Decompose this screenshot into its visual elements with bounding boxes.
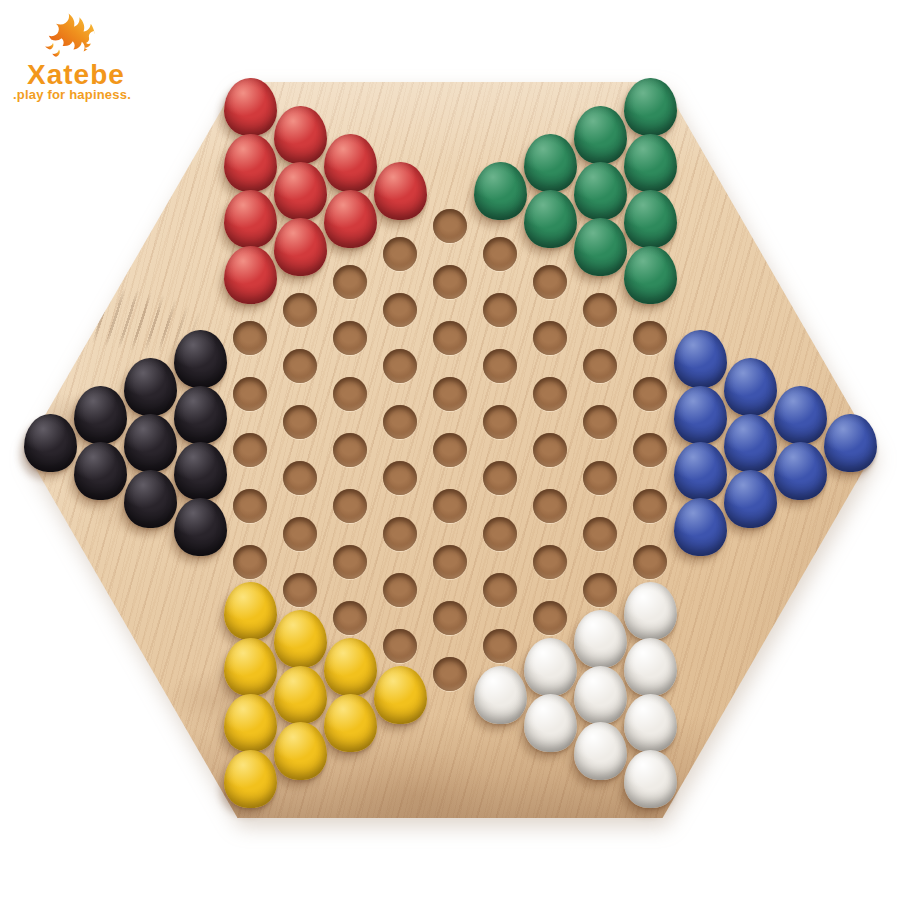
peg-yellow[interactable] bbox=[224, 694, 277, 752]
product-photo-stage: Xatebe .play for hapiness. bbox=[0, 0, 900, 900]
peg-yellow[interactable] bbox=[324, 638, 377, 696]
peg-yellow[interactable] bbox=[224, 750, 277, 808]
peg-yellow[interactable] bbox=[224, 638, 277, 696]
peg-blue[interactable] bbox=[774, 442, 827, 500]
peg-yellow[interactable] bbox=[324, 694, 377, 752]
peg-yellow[interactable] bbox=[374, 666, 427, 724]
peg-red[interactable] bbox=[224, 246, 277, 304]
peg-black[interactable] bbox=[174, 498, 227, 556]
peg-blue[interactable] bbox=[724, 414, 777, 472]
peg-green[interactable] bbox=[524, 190, 577, 248]
peg-red[interactable] bbox=[324, 190, 377, 248]
peg-red[interactable] bbox=[224, 78, 277, 136]
peg-green[interactable] bbox=[574, 162, 627, 220]
peg-green[interactable] bbox=[624, 246, 677, 304]
peg-black[interactable] bbox=[24, 414, 77, 472]
peg-red[interactable] bbox=[224, 134, 277, 192]
peg-yellow[interactable] bbox=[224, 582, 277, 640]
peg-black[interactable] bbox=[74, 442, 127, 500]
peg-red[interactable] bbox=[224, 190, 277, 248]
peg-black[interactable] bbox=[174, 386, 227, 444]
peg-black[interactable] bbox=[174, 330, 227, 388]
peg-yellow[interactable] bbox=[274, 722, 327, 780]
peg-red[interactable] bbox=[274, 106, 327, 164]
peg-red[interactable] bbox=[274, 162, 327, 220]
peg-blue[interactable] bbox=[674, 386, 727, 444]
pegs-layer bbox=[25, 82, 875, 818]
peg-white[interactable] bbox=[574, 666, 627, 724]
peg-blue[interactable] bbox=[674, 330, 727, 388]
peg-red[interactable] bbox=[274, 218, 327, 276]
peg-blue[interactable] bbox=[824, 414, 877, 472]
peg-black[interactable] bbox=[74, 386, 127, 444]
peg-black[interactable] bbox=[124, 414, 177, 472]
peg-white[interactable] bbox=[624, 638, 677, 696]
peg-blue[interactable] bbox=[674, 442, 727, 500]
peg-white[interactable] bbox=[624, 582, 677, 640]
peg-green[interactable] bbox=[574, 106, 627, 164]
peg-white[interactable] bbox=[524, 694, 577, 752]
peg-white[interactable] bbox=[624, 694, 677, 752]
peg-red[interactable] bbox=[374, 162, 427, 220]
peg-black[interactable] bbox=[124, 358, 177, 416]
peg-white[interactable] bbox=[574, 610, 627, 668]
peg-blue[interactable] bbox=[724, 470, 777, 528]
peg-green[interactable] bbox=[574, 218, 627, 276]
peg-black[interactable] bbox=[124, 470, 177, 528]
peg-green[interactable] bbox=[624, 134, 677, 192]
peg-white[interactable] bbox=[474, 666, 527, 724]
peg-green[interactable] bbox=[624, 78, 677, 136]
peg-yellow[interactable] bbox=[274, 666, 327, 724]
peg-red[interactable] bbox=[324, 134, 377, 192]
peg-white[interactable] bbox=[524, 638, 577, 696]
peg-yellow[interactable] bbox=[274, 610, 327, 668]
peg-white[interactable] bbox=[574, 722, 627, 780]
peg-blue[interactable] bbox=[774, 386, 827, 444]
peg-green[interactable] bbox=[474, 162, 527, 220]
peg-black[interactable] bbox=[174, 442, 227, 500]
peg-blue[interactable] bbox=[674, 498, 727, 556]
peg-white[interactable] bbox=[624, 750, 677, 808]
peg-green[interactable] bbox=[524, 134, 577, 192]
peg-green[interactable] bbox=[624, 190, 677, 248]
peg-blue[interactable] bbox=[724, 358, 777, 416]
